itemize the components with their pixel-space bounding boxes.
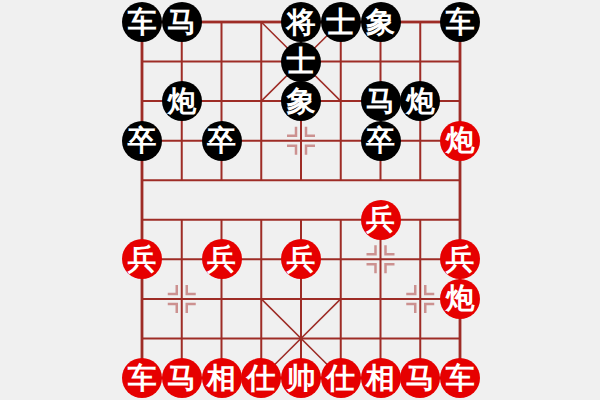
black-cannon[interactable]: 炮 <box>400 81 440 121</box>
black-soldier[interactable]: 卒 <box>122 121 162 161</box>
black-elephant[interactable]: 象 <box>361 2 401 42</box>
black-horse[interactable]: 马 <box>361 81 401 121</box>
black-advisor[interactable]: 士 <box>281 42 321 82</box>
black-soldier[interactable]: 卒 <box>361 121 401 161</box>
red-chariot[interactable]: 车 <box>440 358 480 398</box>
black-general[interactable]: 将 <box>281 2 321 42</box>
red-horse[interactable]: 马 <box>400 358 440 398</box>
red-advisor[interactable]: 仕 <box>241 358 281 398</box>
red-general[interactable]: 帅 <box>281 358 321 398</box>
black-soldier[interactable]: 卒 <box>202 121 242 161</box>
red-cannon[interactable]: 炮 <box>440 279 480 319</box>
red-elephant[interactable]: 相 <box>202 358 242 398</box>
xiangqi-app-canvas: 车马将士象车士炮象马炮卒卒卒炮兵兵兵兵兵炮车马相仕帅仕相马车 <box>0 0 600 400</box>
red-advisor[interactable]: 仕 <box>321 358 361 398</box>
red-cannon[interactable]: 炮 <box>440 121 480 161</box>
black-cannon[interactable]: 炮 <box>162 81 202 121</box>
red-horse[interactable]: 马 <box>162 358 202 398</box>
red-soldier[interactable]: 兵 <box>202 239 242 279</box>
red-soldier[interactable]: 兵 <box>440 239 480 279</box>
red-elephant[interactable]: 相 <box>361 358 401 398</box>
black-horse[interactable]: 马 <box>162 2 202 42</box>
red-soldier[interactable]: 兵 <box>281 239 321 279</box>
red-soldier[interactable]: 兵 <box>361 200 401 240</box>
red-soldier[interactable]: 兵 <box>122 239 162 279</box>
red-chariot[interactable]: 车 <box>122 358 162 398</box>
black-chariot[interactable]: 车 <box>440 2 480 42</box>
black-advisor[interactable]: 士 <box>321 2 361 42</box>
xiangqi-board[interactable]: 车马将士象车士炮象马炮卒卒卒炮兵兵兵兵兵炮车马相仕帅仕相马车 <box>142 22 460 378</box>
black-elephant[interactable]: 象 <box>281 81 321 121</box>
black-chariot[interactable]: 车 <box>122 2 162 42</box>
